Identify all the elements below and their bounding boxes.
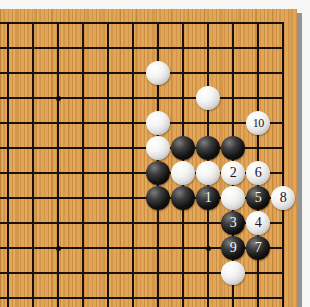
star-point	[56, 246, 61, 251]
stone-white-o15[interactable]	[146, 111, 170, 135]
grid-line-vertical-col-10	[57, 22, 59, 307]
grid-line-horizontal-row-5	[0, 122, 284, 124]
stone-white-s13[interactable]: 6	[246, 161, 270, 185]
stone-black-p14[interactable]	[171, 136, 195, 160]
grid-line-vertical-col-13	[132, 22, 134, 307]
move-number: 1	[205, 191, 212, 205]
stone-black-p12[interactable]	[171, 186, 195, 210]
move-number: 10	[253, 117, 264, 129]
stone-white-t12[interactable]: 8	[271, 186, 295, 210]
stone-white-s15[interactable]: 10	[246, 111, 270, 135]
grid-line-horizontal-row-3	[0, 72, 284, 74]
stone-black-r10[interactable]: 9	[221, 236, 245, 260]
go-diagram: 10261583497	[0, 0, 310, 307]
stone-black-o13[interactable]	[146, 161, 170, 185]
move-number: 8	[280, 191, 287, 205]
grid-line-horizontal-row-12	[0, 297, 284, 299]
stone-white-q13[interactable]	[196, 161, 220, 185]
stone-black-s10[interactable]: 7	[246, 236, 270, 260]
stone-white-o14[interactable]	[146, 136, 170, 160]
stone-white-q16[interactable]	[196, 86, 220, 110]
grid-line-vertical-col-11	[82, 22, 84, 307]
stone-black-o12[interactable]	[146, 186, 170, 210]
grid-line-vertical-col-12	[107, 22, 109, 307]
move-number: 5	[255, 191, 262, 205]
grid-line-horizontal-row-2	[0, 47, 284, 49]
stone-black-r11[interactable]: 3	[221, 211, 245, 235]
grid-line-vertical-col-19	[282, 22, 284, 307]
move-number: 4	[255, 216, 262, 230]
stone-black-q12[interactable]: 1	[196, 186, 220, 210]
grid-line-vertical-col-8	[7, 22, 9, 307]
grid-line-horizontal-row-1	[0, 22, 284, 24]
stone-white-r9[interactable]	[221, 261, 245, 285]
stone-black-q14[interactable]	[196, 136, 220, 160]
stone-white-r12[interactable]	[221, 186, 245, 210]
grid-line-horizontal-row-4	[0, 97, 284, 99]
star-point	[206, 246, 211, 251]
stone-white-s11[interactable]: 4	[246, 211, 270, 235]
move-number: 2	[230, 166, 237, 180]
move-number: 3	[230, 216, 237, 230]
grid-line-vertical-col-9	[32, 22, 34, 307]
stone-black-r14[interactable]	[221, 136, 245, 160]
stone-white-p13[interactable]	[171, 161, 195, 185]
move-number: 7	[255, 241, 262, 255]
go-board[interactable]: 10261583497	[0, 9, 297, 307]
move-number: 9	[230, 241, 237, 255]
star-point	[56, 96, 61, 101]
board-shadow	[297, 13, 302, 307]
stone-white-r13[interactable]: 2	[221, 161, 245, 185]
stone-black-s12[interactable]: 5	[246, 186, 270, 210]
move-number: 6	[255, 166, 262, 180]
stone-white-o17[interactable]	[146, 61, 170, 85]
